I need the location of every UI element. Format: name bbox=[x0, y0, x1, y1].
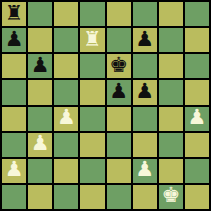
white-pawn-piece[interactable]: ♟ bbox=[5, 159, 24, 180]
square-f5[interactable]: ♟ bbox=[133, 80, 157, 104]
square-e6[interactable]: ♚ bbox=[107, 54, 131, 78]
square-a3[interactable] bbox=[2, 133, 26, 157]
square-f1[interactable] bbox=[133, 185, 157, 209]
square-c8[interactable] bbox=[54, 2, 78, 26]
square-c5[interactable] bbox=[54, 80, 78, 104]
square-h7[interactable] bbox=[185, 28, 209, 52]
square-h1[interactable] bbox=[185, 185, 209, 209]
square-a7[interactable]: ♟ bbox=[2, 28, 26, 52]
black-rook-piece[interactable]: ♜ bbox=[5, 3, 24, 24]
square-b7[interactable] bbox=[28, 28, 52, 52]
square-d2[interactable] bbox=[80, 159, 104, 183]
square-b6[interactable]: ♟ bbox=[28, 54, 52, 78]
square-b4[interactable] bbox=[28, 107, 52, 131]
square-b3[interactable]: ♟ bbox=[28, 133, 52, 157]
square-g7[interactable] bbox=[159, 28, 183, 52]
square-a5[interactable] bbox=[2, 80, 26, 104]
square-c1[interactable] bbox=[54, 185, 78, 209]
black-king-piece[interactable]: ♚ bbox=[109, 55, 128, 76]
square-f2[interactable]: ♟ bbox=[133, 159, 157, 183]
square-a4[interactable] bbox=[2, 107, 26, 131]
square-g1[interactable]: ♚ bbox=[159, 185, 183, 209]
square-e2[interactable] bbox=[107, 159, 131, 183]
square-e8[interactable] bbox=[107, 2, 131, 26]
square-g3[interactable] bbox=[159, 133, 183, 157]
square-c6[interactable] bbox=[54, 54, 78, 78]
white-rook-piece[interactable]: ♜ bbox=[83, 29, 102, 50]
square-c2[interactable] bbox=[54, 159, 78, 183]
square-a2[interactable]: ♟ bbox=[2, 159, 26, 183]
black-pawn-piece[interactable]: ♟ bbox=[135, 29, 154, 50]
square-h8[interactable] bbox=[185, 2, 209, 26]
square-a8[interactable]: ♜ bbox=[2, 2, 26, 26]
white-king-piece[interactable]: ♚ bbox=[161, 185, 180, 206]
square-h4[interactable]: ♟ bbox=[185, 107, 209, 131]
square-c7[interactable] bbox=[54, 28, 78, 52]
black-pawn-piece[interactable]: ♟ bbox=[109, 81, 128, 102]
black-pawn-piece[interactable]: ♟ bbox=[135, 81, 154, 102]
square-d3[interactable] bbox=[80, 133, 104, 157]
square-d1[interactable] bbox=[80, 185, 104, 209]
square-h6[interactable] bbox=[185, 54, 209, 78]
square-g5[interactable] bbox=[159, 80, 183, 104]
square-f6[interactable] bbox=[133, 54, 157, 78]
square-d4[interactable] bbox=[80, 107, 104, 131]
square-b1[interactable] bbox=[28, 185, 52, 209]
square-h2[interactable] bbox=[185, 159, 209, 183]
black-pawn-piece[interactable]: ♟ bbox=[5, 29, 24, 50]
square-d6[interactable] bbox=[80, 54, 104, 78]
square-d5[interactable] bbox=[80, 80, 104, 104]
square-g8[interactable] bbox=[159, 2, 183, 26]
square-g2[interactable] bbox=[159, 159, 183, 183]
square-f3[interactable] bbox=[133, 133, 157, 157]
white-pawn-piece[interactable]: ♟ bbox=[57, 107, 76, 128]
black-pawn-piece[interactable]: ♟ bbox=[31, 55, 50, 76]
square-f4[interactable] bbox=[133, 107, 157, 131]
square-d8[interactable] bbox=[80, 2, 104, 26]
square-e1[interactable] bbox=[107, 185, 131, 209]
square-d7[interactable]: ♜ bbox=[80, 28, 104, 52]
square-e5[interactable]: ♟ bbox=[107, 80, 131, 104]
square-h3[interactable] bbox=[185, 133, 209, 157]
square-f8[interactable] bbox=[133, 2, 157, 26]
square-e4[interactable] bbox=[107, 107, 131, 131]
white-pawn-piece[interactable]: ♟ bbox=[31, 133, 50, 154]
white-pawn-piece[interactable]: ♟ bbox=[188, 107, 207, 128]
square-a6[interactable] bbox=[2, 54, 26, 78]
square-h5[interactable] bbox=[185, 80, 209, 104]
square-e3[interactable] bbox=[107, 133, 131, 157]
square-b8[interactable] bbox=[28, 2, 52, 26]
square-g6[interactable] bbox=[159, 54, 183, 78]
square-g4[interactable] bbox=[159, 107, 183, 131]
square-c3[interactable] bbox=[54, 133, 78, 157]
white-pawn-piece[interactable]: ♟ bbox=[135, 159, 154, 180]
square-c4[interactable]: ♟ bbox=[54, 107, 78, 131]
square-b5[interactable] bbox=[28, 80, 52, 104]
square-a1[interactable] bbox=[2, 185, 26, 209]
square-b2[interactable] bbox=[28, 159, 52, 183]
chess-board: ♜♟♜♟♟♚♟♟♟♟♟♟♟♚ bbox=[0, 0, 211, 211]
square-e7[interactable] bbox=[107, 28, 131, 52]
square-f7[interactable]: ♟ bbox=[133, 28, 157, 52]
